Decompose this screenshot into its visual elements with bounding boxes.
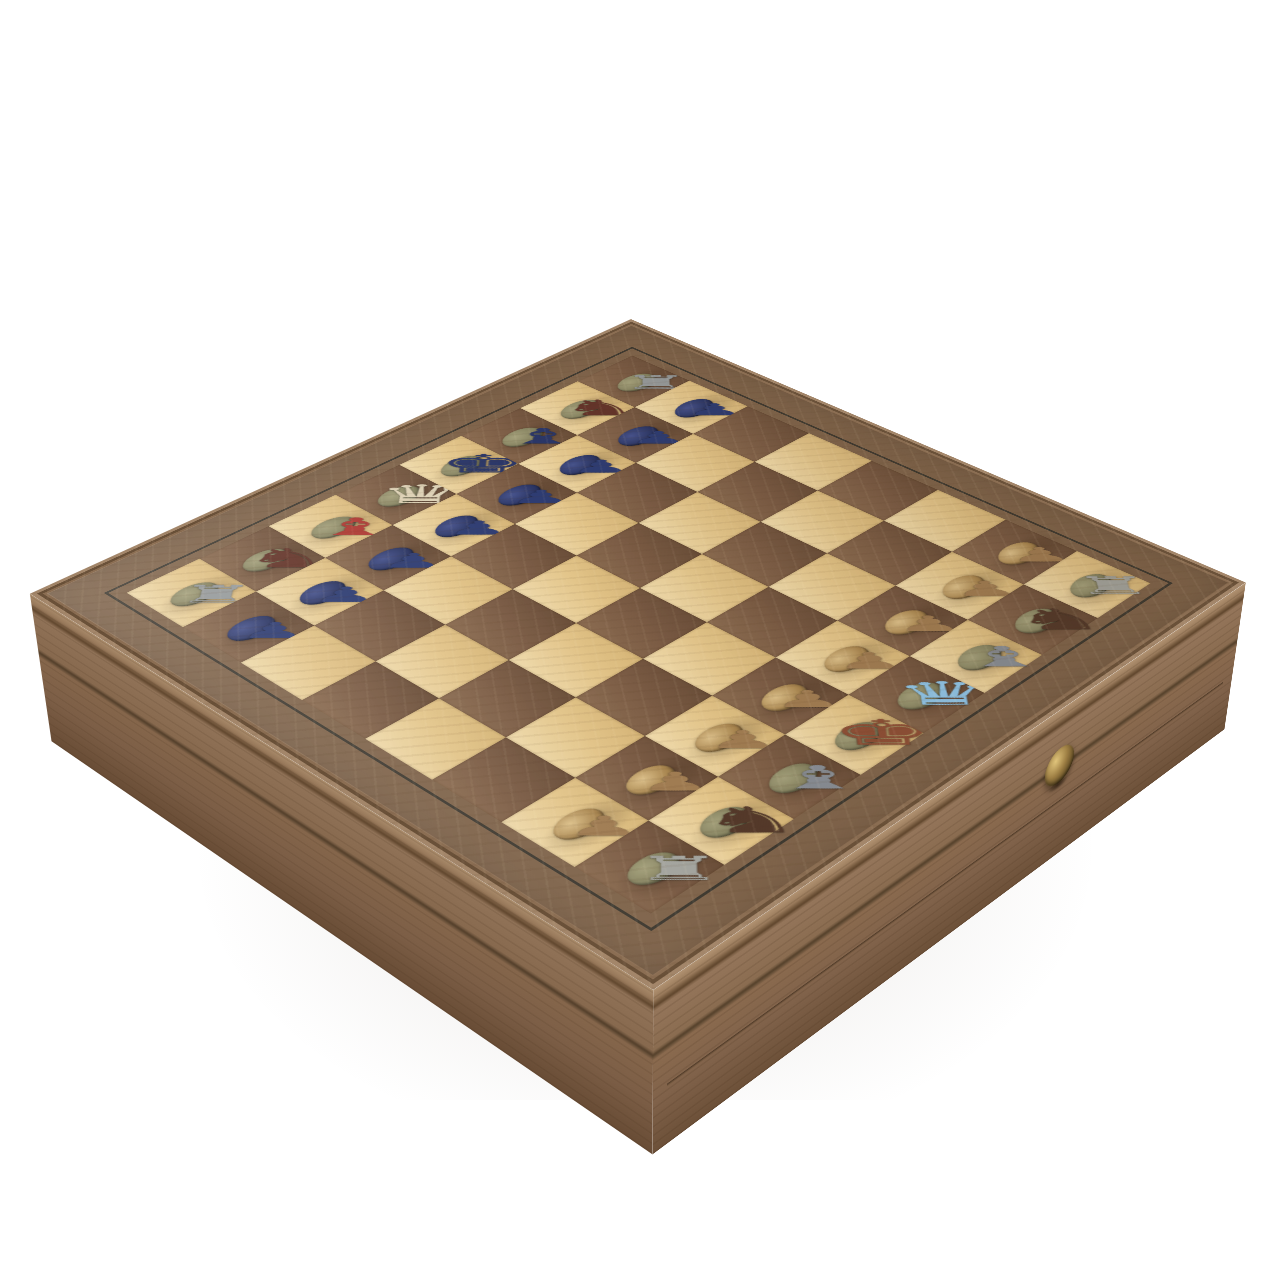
piece-cast-shadow: [926, 622, 1052, 696]
square-a2[interactable]: ♟: [501, 778, 647, 867]
square-b2[interactable]: ♟: [575, 736, 718, 821]
square-a6[interactable]: [241, 626, 375, 700]
square-c4[interactable]: [509, 623, 643, 697]
piece-base: [753, 679, 816, 715]
piece-cast-shadow: [801, 698, 935, 779]
piece-black-bishop-c8[interactable]: ♝: [313, 515, 397, 538]
square-b4[interactable]: [439, 660, 576, 737]
piece-base: [686, 719, 751, 757]
piece-base: [544, 803, 613, 845]
piece-black-bishop-f8[interactable]: ♝: [504, 426, 580, 446]
square-e2[interactable]: ♟: [776, 621, 909, 695]
piece-white-queen-e1[interactable]: ♛: [893, 678, 996, 709]
square-a4[interactable]: [365, 699, 505, 780]
piece-white-pawn-a2[interactable]: ♟: [566, 813, 643, 839]
piece-white-knight-g1[interactable]: ♞: [1011, 606, 1107, 633]
piece-cast-shadow: [853, 588, 978, 658]
square-c5[interactable]: [445, 589, 576, 660]
drawer-knob: [1043, 737, 1076, 794]
piece-base: [889, 678, 951, 714]
piece-base: [691, 802, 759, 844]
piece-base: [618, 847, 688, 891]
piece-black-king-e8[interactable]: ♚: [437, 452, 527, 476]
piece-white-pawn-d2[interactable]: ♟: [772, 688, 845, 711]
square-d1[interactable]: ♚: [784, 694, 923, 775]
piece-white-rook-h1[interactable]: ♜: [1072, 574, 1156, 597]
piece-black-pawn-a7[interactable]: ♟: [238, 620, 311, 641]
square-b3[interactable]: [505, 697, 645, 778]
square-c1[interactable]: ♝: [718, 735, 861, 819]
square-a3[interactable]: [432, 737, 575, 822]
square-f2[interactable]: ♟: [837, 586, 967, 657]
piece-cast-shadow: [516, 781, 661, 870]
piece-white-bishop-f1[interactable]: ♝: [957, 643, 1049, 670]
piece-white-king-d1[interactable]: ♚: [829, 716, 937, 750]
piece-cast-shadow: [734, 738, 872, 822]
square-e1[interactable]: ♛: [848, 656, 984, 733]
square-b5[interactable]: [375, 624, 509, 698]
piece-white-pawn-e2[interactable]: ♟: [834, 650, 906, 672]
scene: ♜♞♝♛♚♝♞♜♟♟♟♟♟♟♟♟♟♟♟♟♟♟♟♟♜♞♝♚♛♝♞♜: [0, 0, 1280, 1280]
square-c3[interactable]: [575, 659, 712, 736]
piece-black-knight-b8[interactable]: ♞: [241, 546, 333, 571]
piece-white-pawn-b2[interactable]: ♟: [638, 769, 713, 794]
piece-black-pawn-b7[interactable]: ♟: [310, 585, 380, 605]
square-d4[interactable]: [576, 588, 707, 659]
piece-cast-shadow: [660, 699, 796, 780]
piece-cast-shadow: [984, 587, 1107, 657]
piece-base: [950, 640, 1011, 675]
piece-cast-shadow: [590, 739, 731, 824]
square-b6[interactable]: [314, 590, 445, 661]
piece-black-queen-d8[interactable]: ♛: [375, 482, 465, 506]
square-a7[interactable]: ♟: [183, 592, 314, 663]
piece-black-pawn-c7[interactable]: ♟: [379, 551, 447, 570]
piece-white-knight-b1[interactable]: ♞: [700, 803, 802, 837]
piece-base: [826, 717, 890, 755]
square-d2[interactable]: ♟: [712, 657, 848, 734]
piece-cast-shadow: [193, 594, 328, 665]
square-c2[interactable]: ♟: [645, 696, 785, 777]
piece-base: [617, 760, 684, 800]
square-e3[interactable]: [706, 587, 836, 658]
piece-cast-shadow: [865, 659, 995, 736]
piece-black-rook-a8[interactable]: ♜: [175, 583, 258, 606]
piece-cast-shadow: [664, 780, 807, 869]
piece-cast-shadow: [727, 660, 859, 737]
piece-base: [760, 758, 826, 798]
piece-black-pawn-d7[interactable]: ♟: [445, 519, 511, 537]
square-d3[interactable]: [642, 622, 775, 696]
square-a5[interactable]: [302, 661, 439, 738]
piece-black-knight-g8[interactable]: ♞: [561, 398, 640, 419]
piece-white-rook-a1[interactable]: ♜: [634, 853, 725, 885]
square-g1[interactable]: ♞: [967, 584, 1097, 654]
piece-black-pawn-g7[interactable]: ♟: [628, 429, 689, 445]
piece-white-pawn-c2[interactable]: ♟: [707, 728, 781, 752]
piece-black-pawn-e7[interactable]: ♟: [509, 488, 573, 506]
piece-cast-shadow: [792, 624, 920, 698]
piece-cast-shadow: [590, 824, 737, 917]
piece-black-pawn-h7[interactable]: ♟: [684, 402, 744, 418]
square-a1[interactable]: ♜: [574, 821, 724, 914]
piece-black-rook-h8[interactable]: ♜: [622, 374, 690, 391]
piece-white-bishop-c1[interactable]: ♝: [771, 762, 866, 793]
piece-white-pawn-f2[interactable]: ♟: [894, 614, 965, 635]
piece-white-pawn-g2[interactable]: ♟: [951, 579, 1022, 599]
square-b1[interactable]: ♞: [648, 777, 794, 866]
piece-white-pawn-h2[interactable]: ♟: [1006, 545, 1076, 564]
square-f1[interactable]: ♝: [909, 620, 1042, 694]
piece-black-pawn-f7[interactable]: ♟: [570, 458, 632, 475]
piece-base: [816, 642, 877, 677]
